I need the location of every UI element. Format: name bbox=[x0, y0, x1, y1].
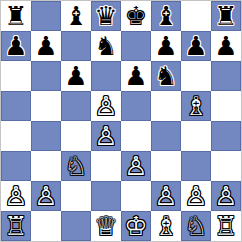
square-a3[interactable] bbox=[1, 151, 31, 181]
black-rook-h8: ♜ bbox=[214, 1, 237, 31]
square-c4[interactable] bbox=[61, 121, 91, 151]
black-pawn-c6: ♟ bbox=[64, 61, 87, 91]
white-queen-d1: ♕ bbox=[94, 211, 117, 241]
square-h5[interactable] bbox=[211, 91, 241, 121]
square-h3[interactable] bbox=[211, 151, 241, 181]
square-c7[interactable] bbox=[61, 31, 91, 61]
square-d8[interactable]: ♛ bbox=[91, 1, 121, 31]
square-a4[interactable] bbox=[1, 121, 31, 151]
black-pawn-b7: ♟ bbox=[34, 31, 57, 61]
square-c8[interactable]: ♝ bbox=[61, 1, 91, 31]
square-g1[interactable]: ♘ bbox=[181, 211, 211, 241]
square-b7[interactable]: ♟ bbox=[31, 31, 61, 61]
square-h4[interactable] bbox=[211, 121, 241, 151]
square-h2[interactable]: ♙ bbox=[211, 181, 241, 211]
square-e2[interactable] bbox=[121, 181, 151, 211]
white-bishop-f1: ♗ bbox=[154, 211, 177, 241]
square-g4[interactable] bbox=[181, 121, 211, 151]
square-b6[interactable] bbox=[31, 61, 61, 91]
square-h7[interactable]: ♟ bbox=[211, 31, 241, 61]
white-pawn-e3: ♙ bbox=[124, 151, 147, 181]
square-d1[interactable]: ♕ bbox=[91, 211, 121, 241]
square-d2[interactable] bbox=[91, 181, 121, 211]
white-pawn-d5: ♙ bbox=[94, 91, 117, 121]
white-knight-c3: ♘ bbox=[64, 151, 87, 181]
white-pawn-d4: ♙ bbox=[94, 121, 117, 151]
square-f5[interactable] bbox=[151, 91, 181, 121]
square-e8[interactable]: ♚ bbox=[121, 1, 151, 31]
square-d3[interactable] bbox=[91, 151, 121, 181]
black-pawn-f7: ♟ bbox=[154, 31, 177, 61]
square-d6[interactable] bbox=[91, 61, 121, 91]
chess-board: ♜♝♛♚♝♜♟♟♞♟♟♟♟♟♞♙♗♙♘♙♙♙♙♙♙♖♕♔♗♘♖ bbox=[0, 0, 242, 242]
square-e5[interactable] bbox=[121, 91, 151, 121]
black-pawn-h7: ♟ bbox=[214, 31, 237, 61]
square-a5[interactable] bbox=[1, 91, 31, 121]
black-bishop-f8: ♝ bbox=[154, 1, 177, 31]
square-b5[interactable] bbox=[31, 91, 61, 121]
square-e1[interactable]: ♔ bbox=[121, 211, 151, 241]
square-c2[interactable] bbox=[61, 181, 91, 211]
white-bishop-g5: ♗ bbox=[184, 91, 207, 121]
white-rook-h1: ♖ bbox=[214, 211, 237, 241]
square-a6[interactable] bbox=[1, 61, 31, 91]
square-e3[interactable]: ♙ bbox=[121, 151, 151, 181]
square-e4[interactable] bbox=[121, 121, 151, 151]
square-a1[interactable]: ♖ bbox=[1, 211, 31, 241]
square-b4[interactable] bbox=[31, 121, 61, 151]
white-king-e1: ♔ bbox=[124, 211, 147, 241]
square-g3[interactable] bbox=[181, 151, 211, 181]
black-knight-d7: ♞ bbox=[94, 31, 117, 61]
square-b1[interactable] bbox=[31, 211, 61, 241]
square-e6[interactable]: ♟ bbox=[121, 61, 151, 91]
black-pawn-e6: ♟ bbox=[124, 61, 147, 91]
square-d4[interactable]: ♙ bbox=[91, 121, 121, 151]
square-f7[interactable]: ♟ bbox=[151, 31, 181, 61]
square-d7[interactable]: ♞ bbox=[91, 31, 121, 61]
white-rook-a1: ♖ bbox=[4, 211, 27, 241]
black-queen-d8: ♛ bbox=[94, 1, 117, 31]
square-g6[interactable] bbox=[181, 61, 211, 91]
square-a8[interactable]: ♜ bbox=[1, 1, 31, 31]
square-g8[interactable] bbox=[181, 1, 211, 31]
square-b8[interactable] bbox=[31, 1, 61, 31]
white-knight-g1: ♘ bbox=[184, 211, 207, 241]
black-bishop-c8: ♝ bbox=[64, 1, 87, 31]
square-g5[interactable]: ♗ bbox=[181, 91, 211, 121]
square-f8[interactable]: ♝ bbox=[151, 1, 181, 31]
black-rook-a8: ♜ bbox=[4, 1, 27, 31]
square-f1[interactable]: ♗ bbox=[151, 211, 181, 241]
square-a7[interactable]: ♟ bbox=[1, 31, 31, 61]
square-h1[interactable]: ♖ bbox=[211, 211, 241, 241]
white-pawn-h2: ♙ bbox=[214, 181, 237, 211]
square-d5[interactable]: ♙ bbox=[91, 91, 121, 121]
white-pawn-b2: ♙ bbox=[34, 181, 57, 211]
square-e7[interactable] bbox=[121, 31, 151, 61]
square-a2[interactable]: ♙ bbox=[1, 181, 31, 211]
square-c1[interactable] bbox=[61, 211, 91, 241]
square-b3[interactable] bbox=[31, 151, 61, 181]
white-pawn-g2: ♙ bbox=[184, 181, 207, 211]
square-c5[interactable] bbox=[61, 91, 91, 121]
black-king-e8: ♚ bbox=[124, 1, 147, 31]
white-pawn-f2: ♙ bbox=[154, 181, 177, 211]
square-g7[interactable]: ♟ bbox=[181, 31, 211, 61]
white-pawn-a2: ♙ bbox=[4, 181, 27, 211]
square-f6[interactable]: ♞ bbox=[151, 61, 181, 91]
square-h8[interactable]: ♜ bbox=[211, 1, 241, 31]
black-pawn-a7: ♟ bbox=[4, 31, 27, 61]
square-f3[interactable] bbox=[151, 151, 181, 181]
square-g2[interactable]: ♙ bbox=[181, 181, 211, 211]
square-f2[interactable]: ♙ bbox=[151, 181, 181, 211]
square-c6[interactable]: ♟ bbox=[61, 61, 91, 91]
square-h6[interactable] bbox=[211, 61, 241, 91]
square-b2[interactable]: ♙ bbox=[31, 181, 61, 211]
black-knight-f6: ♞ bbox=[154, 61, 177, 91]
black-pawn-g7: ♟ bbox=[184, 31, 207, 61]
square-c3[interactable]: ♘ bbox=[61, 151, 91, 181]
square-f4[interactable] bbox=[151, 121, 181, 151]
